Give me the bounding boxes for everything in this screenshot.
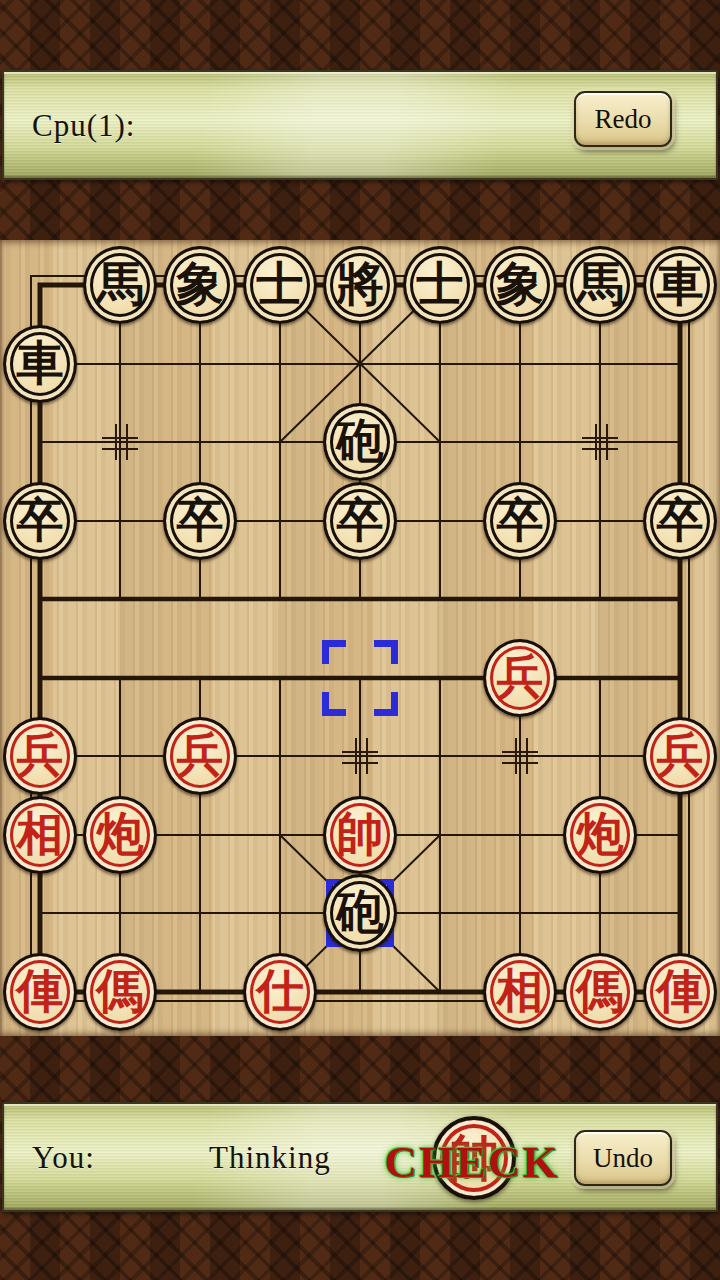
- piece-red-advisor-d9[interactable]: 仕: [243, 953, 317, 1031]
- piece-glyph: 卒: [17, 497, 64, 544]
- piece-glyph: 士: [417, 261, 464, 308]
- piece-black-soldier-e3[interactable]: 卒: [323, 482, 397, 560]
- piece-black-advisor-d0[interactable]: 士: [243, 246, 317, 324]
- xiangqi-board[interactable]: 馬象士將士象馬車車砲卒卒卒卒卒砲兵兵兵兵相炮帥炮俥傌仕相傌俥: [0, 240, 720, 1036]
- piece-black-chariot-i0[interactable]: 車: [643, 246, 717, 324]
- piece-black-soldier-i3[interactable]: 卒: [643, 482, 717, 560]
- piece-glyph: 將: [337, 261, 384, 308]
- piece-red-chariot-i9[interactable]: 俥: [643, 953, 717, 1031]
- piece-red-elephant-a7[interactable]: 相: [3, 796, 77, 874]
- piece-red-horse-h9[interactable]: 傌: [563, 953, 637, 1031]
- piece-black-cannon-e8[interactable]: 砲: [323, 874, 397, 952]
- piece-black-horse-h0[interactable]: 馬: [563, 246, 637, 324]
- cpu-label: Cpu(1):: [32, 108, 135, 144]
- piece-glyph: 砲: [337, 418, 384, 465]
- point-marker-g6: [502, 738, 538, 774]
- piece-glyph: 卒: [657, 497, 704, 544]
- xiangqi-app-screen: Cpu(1): Redo: [0, 0, 720, 1280]
- piece-black-soldier-a3[interactable]: 卒: [3, 482, 77, 560]
- piece-glyph: 象: [177, 261, 224, 308]
- piece-glyph: 相: [17, 811, 64, 858]
- piece-glyph: 傌: [577, 968, 624, 1015]
- piece-black-advisor-f0[interactable]: 士: [403, 246, 477, 324]
- piece-glyph: 卒: [177, 497, 224, 544]
- bracket-corner: [374, 640, 398, 664]
- piece-black-cannon-e2[interactable]: 砲: [323, 403, 397, 481]
- piece-red-soldier-c6[interactable]: 兵: [163, 717, 237, 795]
- piece-glyph: 馬: [97, 261, 144, 308]
- piece-black-chariot-a1[interactable]: 車: [3, 325, 77, 403]
- piece-glyph: 卒: [337, 497, 384, 544]
- piece-glyph: 士: [257, 261, 304, 308]
- piece-red-soldier-i6[interactable]: 兵: [643, 717, 717, 795]
- piece-black-soldier-g3[interactable]: 卒: [483, 482, 557, 560]
- bracket-corner: [374, 692, 398, 716]
- piece-glyph: 兵: [657, 732, 704, 779]
- piece-glyph: 象: [497, 261, 544, 308]
- piece-black-elephant-g0[interactable]: 象: [483, 246, 557, 324]
- piece-red-cannon-h7[interactable]: 炮: [563, 796, 637, 874]
- piece-glyph: 馬: [577, 261, 624, 308]
- bracket-corner: [322, 640, 346, 664]
- point-marker-e6: [342, 738, 378, 774]
- piece-red-cannon-b7[interactable]: 炮: [83, 796, 157, 874]
- piece-red-soldier-a6[interactable]: 兵: [3, 717, 77, 795]
- piece-glyph: 車: [17, 340, 64, 387]
- point-marker-b2: [102, 424, 138, 460]
- piece-glyph: 炮: [97, 811, 144, 858]
- piece-black-elephant-c0[interactable]: 象: [163, 246, 237, 324]
- piece-glyph: 仕: [257, 968, 304, 1015]
- piece-glyph: 俥: [17, 968, 64, 1015]
- top-status-bar: Cpu(1): Redo: [2, 70, 718, 180]
- bracket-corner: [322, 692, 346, 716]
- piece-glyph: 卒: [497, 497, 544, 544]
- piece-glyph: 帥: [337, 811, 384, 858]
- last-move-origin-marker: [322, 640, 398, 716]
- piece-glyph: 兵: [497, 654, 544, 701]
- piece-glyph: 兵: [17, 732, 64, 779]
- piece-glyph: 兵: [177, 732, 224, 779]
- piece-black-general-e0[interactable]: 將: [323, 246, 397, 324]
- piece-red-chariot-a9[interactable]: 俥: [3, 953, 77, 1031]
- piece-glyph: 俥: [657, 968, 704, 1015]
- piece-red-horse-b9[interactable]: 傌: [83, 953, 157, 1031]
- piece-black-soldier-c3[interactable]: 卒: [163, 482, 237, 560]
- piece-glyph: 車: [657, 261, 704, 308]
- piece-red-soldier-g5[interactable]: 兵: [483, 639, 557, 717]
- piece-red-general-e7[interactable]: 帥: [323, 796, 397, 874]
- thinking-status: Thinking: [209, 1140, 331, 1176]
- you-label: You:: [32, 1140, 95, 1176]
- redo-button[interactable]: Redo: [574, 91, 672, 147]
- piece-black-horse-b0[interactable]: 馬: [83, 246, 157, 324]
- piece-glyph: 炮: [577, 811, 624, 858]
- check-alert: CHECK: [322, 1136, 622, 1188]
- bottom-status-bar: You: Thinking 帥 CHECK Undo: [2, 1102, 718, 1212]
- piece-glyph: 砲: [337, 889, 384, 936]
- point-marker-h2: [582, 424, 618, 460]
- piece-glyph: 相: [497, 968, 544, 1015]
- piece-glyph: 傌: [97, 968, 144, 1015]
- piece-red-elephant-g9[interactable]: 相: [483, 953, 557, 1031]
